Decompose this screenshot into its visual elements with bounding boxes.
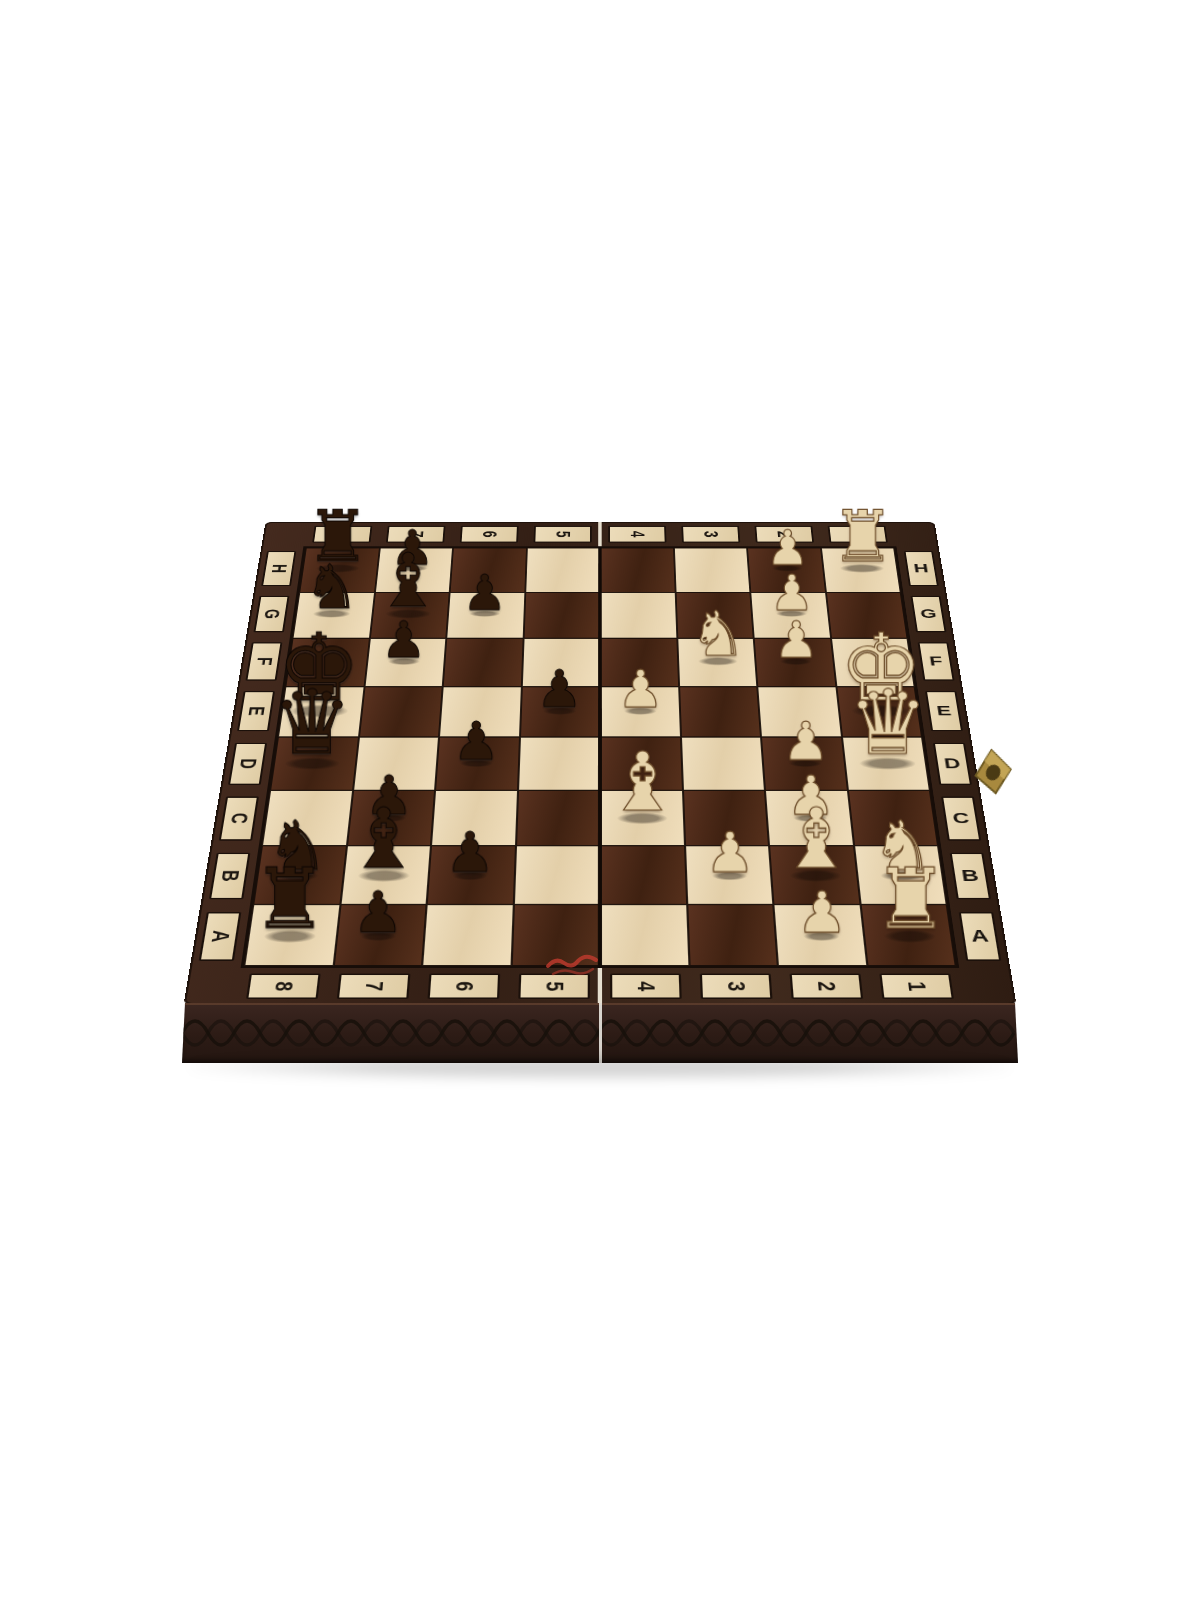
white-pawn-glyph: ♟	[774, 615, 819, 665]
left-file-label-F-text: F	[253, 657, 276, 665]
far-rank-label-7: 7	[386, 526, 446, 543]
far-rank-label-7-text: 7	[405, 531, 426, 537]
far-rank-label-3: 3	[681, 526, 740, 543]
white-pawn-glyph: ♟	[705, 825, 755, 880]
right-file-label-E-text: E	[936, 704, 953, 718]
white-pawn-glyph: ♟	[617, 663, 663, 714]
far-rank-label-6: 6	[460, 526, 519, 543]
red-scuff-mark	[545, 946, 599, 980]
white-bishop-glyph: ♝	[779, 797, 854, 880]
left-file-label-G-text: G	[260, 609, 282, 619]
black-pawn-glyph: ♟	[445, 825, 495, 880]
black-pawn-glyph: ♟	[453, 715, 500, 768]
chessboard-scene: 8877665544332211HHGGFFEEDDCCBBAA ♜♟♟♜♞♝♟…	[229, 366, 971, 1108]
chessboard: 8877665544332211HHGGFFEEDDCCBBAA ♜♟♟♜♞♝♟…	[183, 522, 1016, 1005]
white-pawn-glyph: ♟	[782, 715, 829, 768]
far-rank-label-8-text: 8	[332, 531, 353, 537]
white-bishop-glyph: ♝	[606, 741, 679, 822]
white-rook-glyph: ♜	[874, 858, 949, 941]
right-file-label-G: G	[910, 596, 946, 633]
black-pawn-glyph: ♟	[381, 615, 426, 665]
black-queen-glyph: ♛	[272, 678, 352, 767]
far-rank-label-1-text: 1	[848, 531, 869, 537]
far-rank-label-2: 2	[755, 526, 815, 543]
far-rank-label-2-text: 2	[774, 531, 795, 537]
left-file-label-H-text: H	[268, 564, 290, 573]
black-bishop-glyph: ♝	[346, 797, 421, 880]
left-file-label-E-text: E	[244, 707, 267, 716]
left-file-label-H: H	[261, 551, 296, 586]
far-rank-label-3-text: 3	[700, 531, 720, 537]
far-rank-label-4: 4	[608, 526, 666, 543]
far-rank-label-5: 5	[534, 526, 592, 543]
left-file-label-G: G	[253, 596, 289, 633]
black-pawn-glyph: ♟	[463, 568, 507, 617]
right-file-label-F-text: F	[928, 655, 943, 668]
black-pawn-glyph: ♟	[537, 663, 583, 714]
right-file-label-G-text: G	[919, 608, 937, 621]
far-rank-label-5-text: 5	[553, 531, 573, 537]
pieces-layer: ♜♟♟♜♞♝♟♟♟♞♟♚♟♟♚♛♟♟♛♟♝♟♞♝♟♟♝♞♜♟♟♜	[183, 522, 1016, 1005]
right-file-label-E: E	[925, 691, 963, 731]
white-queen-glyph: ♛	[848, 678, 928, 767]
white-pawn-glyph: ♟	[797, 884, 848, 941]
black-bishop-glyph: ♝	[375, 544, 441, 618]
black-knight-glyph: ♞	[304, 557, 358, 617]
far-rank-label-1: 1	[828, 526, 888, 543]
black-rook-glyph: ♜	[252, 858, 327, 941]
left-file-label-E: E	[237, 691, 275, 731]
black-pawn-glyph: ♟	[352, 884, 403, 941]
white-knight-glyph: ♞	[690, 603, 745, 665]
product-photo-canvas: 8877665544332211HHGGFFEEDDCCBBAA ♜♟♟♜♞♝♟…	[0, 0, 1200, 1600]
far-rank-label-6-text: 6	[479, 531, 499, 537]
right-file-label-H: H	[904, 551, 939, 586]
board-shadow	[190, 1054, 1010, 1080]
far-rank-label-4-text: 4	[627, 531, 647, 537]
far-rank-label-8: 8	[312, 526, 372, 543]
right-file-label-H-text: H	[913, 562, 930, 574]
